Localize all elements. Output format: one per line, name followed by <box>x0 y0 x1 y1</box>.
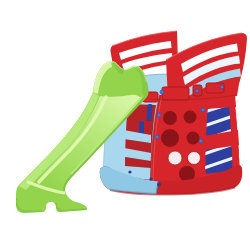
panel-hole <box>184 111 197 124</box>
product-photo-canvas <box>0 0 250 250</box>
panel-hole <box>163 111 177 125</box>
panel-hole <box>187 132 200 145</box>
rivet <box>199 139 203 143</box>
panel-hole <box>161 129 179 147</box>
panel-hole-through <box>188 152 201 165</box>
product-photo <box>0 0 250 250</box>
panel-hole-through <box>168 151 182 165</box>
rivet <box>201 108 205 112</box>
